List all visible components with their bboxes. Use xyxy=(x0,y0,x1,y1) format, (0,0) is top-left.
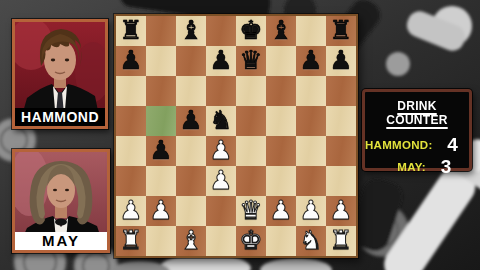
square-h4[interactable] xyxy=(326,136,356,166)
piece-white-knight: ♞ xyxy=(296,224,326,256)
square-f4[interactable] xyxy=(266,136,296,166)
square-g7[interactable]: ♟ xyxy=(296,46,326,76)
square-b1[interactable] xyxy=(146,226,176,256)
piece-black-king: ♚ xyxy=(236,14,266,46)
piece-black-rook: ♜ xyxy=(326,14,356,46)
piece-white-rook: ♜ xyxy=(116,224,146,256)
piece-black-pawn: ♟ xyxy=(146,134,176,166)
square-b6[interactable] xyxy=(146,76,176,106)
square-f1[interactable] xyxy=(266,226,296,256)
piece-white-pawn: ♟ xyxy=(266,194,296,226)
square-f5[interactable] xyxy=(266,106,296,136)
piece-white-pawn: ♟ xyxy=(206,134,236,166)
piece-white-bishop: ♝ xyxy=(176,224,206,256)
square-g5[interactable] xyxy=(296,106,326,136)
square-e4[interactable] xyxy=(236,136,266,166)
piece-black-rook: ♜ xyxy=(116,14,146,46)
square-e7[interactable]: ♛ xyxy=(236,46,266,76)
piece-black-queen: ♛ xyxy=(236,44,266,76)
piece-black-pawn: ♟ xyxy=(296,44,326,76)
square-a1[interactable]: ♜ xyxy=(116,226,146,256)
square-d5[interactable]: ♞ xyxy=(206,106,236,136)
square-h1[interactable]: ♜ xyxy=(326,226,356,256)
chess-board: ♜♝♚♝♜♟♟♛♟♟♟♞♟♟♟♟♟♛♟♟♟♜♝♚♞♜ xyxy=(114,14,358,258)
hammond-drinks-count: 4 xyxy=(440,134,466,156)
square-c1[interactable]: ♝ xyxy=(176,226,206,256)
piece-white-pawn: ♟ xyxy=(206,164,236,196)
piece-white-pawn: ♟ xyxy=(326,194,356,226)
square-c6[interactable] xyxy=(176,76,206,106)
square-c3[interactable] xyxy=(176,166,206,196)
video-frame: HAMMOND MAY xyxy=(0,0,480,270)
square-c2[interactable] xyxy=(176,196,206,226)
square-a5[interactable] xyxy=(116,106,146,136)
square-c5[interactable]: ♟ xyxy=(176,106,206,136)
square-a7[interactable]: ♟ xyxy=(116,46,146,76)
square-d1[interactable] xyxy=(206,226,236,256)
square-d4[interactable]: ♟ xyxy=(206,136,236,166)
square-d6[interactable] xyxy=(206,76,236,106)
piece-white-king: ♚ xyxy=(236,224,266,256)
square-e6[interactable] xyxy=(236,76,266,106)
may-drinks-label: MAY: xyxy=(365,161,433,173)
piece-white-pawn: ♟ xyxy=(116,194,146,226)
square-f6[interactable] xyxy=(266,76,296,106)
piece-black-pawn: ♟ xyxy=(326,44,356,76)
square-b5[interactable] xyxy=(146,106,176,136)
square-a4[interactable] xyxy=(116,136,146,166)
square-c8[interactable]: ♝ xyxy=(176,16,206,46)
square-g2[interactable]: ♟ xyxy=(296,196,326,226)
square-f2[interactable]: ♟ xyxy=(266,196,296,226)
square-d3[interactable]: ♟ xyxy=(206,166,236,196)
square-e8[interactable]: ♚ xyxy=(236,16,266,46)
square-h3[interactable] xyxy=(326,166,356,196)
square-c7[interactable] xyxy=(176,46,206,76)
drink-counter-row-hammond: HAMMOND: 4 xyxy=(365,134,469,155)
square-e1[interactable]: ♚ xyxy=(236,226,266,256)
square-d7[interactable]: ♟ xyxy=(206,46,236,76)
square-f3[interactable] xyxy=(266,166,296,196)
piece-black-bishop: ♝ xyxy=(176,14,206,46)
may-drinks-count: 3 xyxy=(433,156,459,178)
may-name-label: MAY xyxy=(15,232,107,250)
drink-counter-title: DRINK COUNTER xyxy=(365,99,469,127)
square-b4[interactable]: ♟ xyxy=(146,136,176,166)
drink-counter-row-may: MAY: 3 xyxy=(365,156,469,177)
square-g4[interactable] xyxy=(296,136,326,166)
square-g1[interactable]: ♞ xyxy=(296,226,326,256)
piece-black-bishop: ♝ xyxy=(266,14,296,46)
square-a3[interactable] xyxy=(116,166,146,196)
square-e3[interactable] xyxy=(236,166,266,196)
square-b3[interactable] xyxy=(146,166,176,196)
square-f7[interactable] xyxy=(266,46,296,76)
player-photo-panel-may: MAY xyxy=(12,149,110,253)
square-d8[interactable] xyxy=(206,16,236,46)
square-h2[interactable]: ♟ xyxy=(326,196,356,226)
player-photo-panel-hammond: HAMMOND xyxy=(12,19,108,129)
square-b7[interactable] xyxy=(146,46,176,76)
square-a8[interactable]: ♜ xyxy=(116,16,146,46)
hammond-name-label: HAMMOND xyxy=(15,108,105,126)
square-e2[interactable]: ♛ xyxy=(236,196,266,226)
square-h5[interactable] xyxy=(326,106,356,136)
square-e5[interactable] xyxy=(236,106,266,136)
piece-black-pawn: ♟ xyxy=(116,44,146,76)
square-c4[interactable] xyxy=(176,136,206,166)
hammond-drinks-label: HAMMOND: xyxy=(365,139,440,151)
drink-counter-panel: DRINK COUNTER HAMMOND: 4 MAY: 3 xyxy=(362,89,472,171)
piece-black-knight: ♞ xyxy=(206,104,236,136)
piece-black-pawn: ♟ xyxy=(206,44,236,76)
square-g8[interactable] xyxy=(296,16,326,46)
piece-white-pawn: ♟ xyxy=(296,194,326,226)
square-a2[interactable]: ♟ xyxy=(116,196,146,226)
square-d2[interactable] xyxy=(206,196,236,226)
square-b2[interactable]: ♟ xyxy=(146,196,176,226)
square-g6[interactable] xyxy=(296,76,326,106)
piece-white-rook: ♜ xyxy=(326,224,356,256)
square-f8[interactable]: ♝ xyxy=(266,16,296,46)
piece-white-pawn: ♟ xyxy=(146,194,176,226)
square-a6[interactable] xyxy=(116,76,146,106)
square-b8[interactable] xyxy=(146,16,176,46)
piece-white-queen: ♛ xyxy=(236,194,266,226)
square-h8[interactable]: ♜ xyxy=(326,16,356,46)
square-h6[interactable] xyxy=(326,76,356,106)
square-g3[interactable] xyxy=(296,166,326,196)
drink-counter-rows: HAMMOND: 4 MAY: 3 xyxy=(365,134,469,177)
square-h7[interactable]: ♟ xyxy=(326,46,356,76)
piece-black-pawn: ♟ xyxy=(176,104,206,136)
